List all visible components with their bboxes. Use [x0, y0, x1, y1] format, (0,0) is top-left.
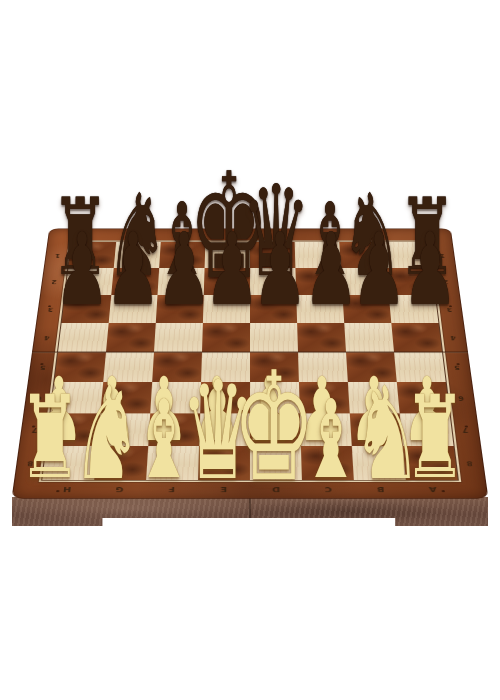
piece-black-p-h7[interactable]: ♟ — [385, 220, 475, 320]
rank-label-left-4: 4 — [44, 335, 50, 340]
rank-label-right-4: 4 — [450, 335, 456, 340]
piece-white-r-h1[interactable]: ♜ — [384, 381, 486, 495]
p-glyph: ♟ — [402, 220, 458, 320]
product-photo-stage: HGFEDCBA 12345678 12345678 ♜♞♝♚♛♝♞♜♟♟♟♟♟… — [0, 0, 500, 700]
r-glyph: ♜ — [403, 381, 466, 495]
